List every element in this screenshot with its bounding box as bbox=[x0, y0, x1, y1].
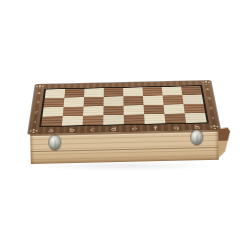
square-f4 bbox=[142, 87, 162, 96]
square-d2 bbox=[103, 105, 123, 115]
folded-chess-box: 4 3 2 1 4 3 2 1 a b c d e f g h bbox=[25, 82, 223, 170]
square-c1 bbox=[83, 115, 104, 125]
rank-label: 3 bbox=[204, 94, 215, 104]
corner-rosette-icon bbox=[213, 126, 215, 127]
rank-label: 4 bbox=[202, 85, 213, 94]
square-c2 bbox=[83, 106, 103, 116]
board-top-face: 4 3 2 1 4 3 2 1 a b c d e f g h bbox=[28, 81, 220, 135]
square-b2 bbox=[63, 106, 84, 116]
square-h2 bbox=[183, 104, 205, 114]
rank-label: 1 bbox=[207, 113, 219, 123]
file-label: c bbox=[82, 127, 103, 133]
board-squares bbox=[39, 85, 209, 127]
square-f3 bbox=[143, 96, 164, 105]
file-label: a bbox=[40, 127, 61, 133]
square-c3 bbox=[84, 97, 104, 106]
corner-rosette-icon bbox=[205, 82, 207, 83]
rank-label: 2 bbox=[205, 103, 216, 113]
square-a1 bbox=[41, 116, 63, 126]
box-right-side-panel bbox=[218, 128, 231, 158]
square-f2 bbox=[144, 104, 165, 114]
square-f1 bbox=[144, 114, 165, 124]
square-g2 bbox=[163, 104, 184, 114]
square-h1 bbox=[185, 113, 207, 123]
clasp-pin-icon bbox=[196, 132, 198, 142]
file-label: g bbox=[166, 125, 187, 131]
square-a3 bbox=[44, 98, 65, 107]
file-label: b bbox=[61, 127, 82, 133]
clasp-pin-icon bbox=[54, 138, 56, 148]
box-front-panel bbox=[30, 130, 219, 164]
square-d3 bbox=[104, 96, 124, 105]
file-label: e bbox=[124, 126, 145, 132]
product-photo-scene: 4 3 2 1 4 3 2 1 a b c d e f g h bbox=[0, 0, 240, 240]
square-e3 bbox=[123, 96, 143, 105]
square-e1 bbox=[124, 114, 145, 124]
metal-clasp-left bbox=[49, 135, 60, 149]
square-h3 bbox=[182, 95, 203, 104]
square-b1 bbox=[62, 116, 83, 126]
square-g1 bbox=[164, 113, 186, 123]
metal-clasp-right bbox=[191, 130, 202, 144]
file-label: h bbox=[186, 124, 208, 130]
file-label: d bbox=[103, 126, 124, 132]
square-d1 bbox=[103, 115, 124, 125]
square-a2 bbox=[42, 107, 63, 117]
square-e2 bbox=[124, 105, 145, 115]
file-label: f bbox=[145, 125, 166, 131]
square-g3 bbox=[163, 95, 184, 104]
